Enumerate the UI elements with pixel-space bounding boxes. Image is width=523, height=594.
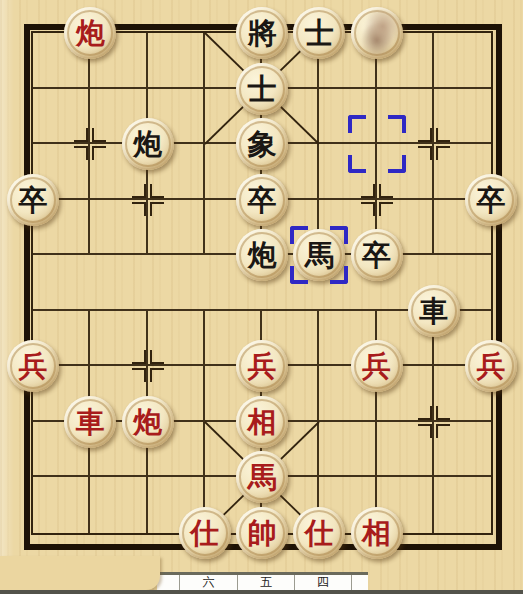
piece-red-兵[interactable]: 兵 — [7, 340, 59, 392]
piece-red-相[interactable]: 相 — [236, 396, 288, 448]
piece-glyph: 馬 — [236, 451, 288, 503]
piece-black-卒[interactable]: 卒 — [236, 174, 288, 226]
piece-black-obscured[interactable] — [351, 7, 403, 59]
piece-glyph: 兵 — [465, 340, 517, 392]
piece-red-仕[interactable]: 仕 — [293, 507, 345, 559]
piece-black-馬[interactable]: 馬 — [293, 229, 345, 281]
piece-red-兵[interactable]: 兵 — [351, 340, 403, 392]
piece-glyph: 士 — [293, 7, 345, 59]
piece-glyph: 車 — [64, 396, 116, 448]
window-bottom-edge — [0, 590, 523, 594]
piece-red-仕[interactable]: 仕 — [179, 507, 231, 559]
piece-glyph: 士 — [236, 63, 288, 115]
file-label-bar: 六五四 — [157, 572, 368, 591]
piece-red-相[interactable]: 相 — [351, 507, 403, 559]
piece-glyph: 將 — [236, 7, 288, 59]
piece-glyph: 兵 — [351, 340, 403, 392]
table-edge — [0, 556, 160, 590]
piece-glyph: 卒 — [236, 174, 288, 226]
piece-glyph: 兵 — [236, 340, 288, 392]
piece-red-炮[interactable]: 炮 — [122, 396, 174, 448]
piece-black-卒[interactable]: 卒 — [7, 174, 59, 226]
piece-black-士[interactable]: 士 — [236, 63, 288, 115]
piece-glyph: 仕 — [179, 507, 231, 559]
piece-red-馬[interactable]: 馬 — [236, 451, 288, 503]
xiangqi-app: 炮 將 士 士 炮 象 卒 卒 卒 炮 馬 卒 車 兵 兵 兵 兵 車 炮 相 … — [0, 0, 523, 594]
piece-black-卒[interactable]: 卒 — [351, 229, 403, 281]
piece-glyph: 卒 — [465, 174, 517, 226]
file-label — [351, 575, 368, 591]
piece-red-車[interactable]: 車 — [64, 396, 116, 448]
piece-black-卒[interactable]: 卒 — [465, 174, 517, 226]
piece-red-帥[interactable]: 帥 — [236, 507, 288, 559]
piece-glyph: 炮 — [64, 7, 116, 59]
piece-glyph: 炮 — [122, 396, 174, 448]
piece-glyph: 相 — [351, 507, 403, 559]
piece-red-炮[interactable]: 炮 — [64, 7, 116, 59]
file-label: 六 — [179, 575, 237, 591]
piece-glyph: 象 — [236, 118, 288, 170]
piece-glyph: 帥 — [236, 507, 288, 559]
piece-black-將[interactable]: 將 — [236, 7, 288, 59]
piece-glyph: 炮 — [122, 118, 174, 170]
piece-black-車[interactable]: 車 — [408, 285, 460, 337]
piece-red-兵[interactable]: 兵 — [465, 340, 517, 392]
piece-black-象[interactable]: 象 — [236, 118, 288, 170]
piece-black-士[interactable]: 士 — [293, 7, 345, 59]
piece-glyph: 相 — [236, 396, 288, 448]
file-label — [157, 575, 179, 591]
piece-glyph: 兵 — [7, 340, 59, 392]
piece-glyph: 仕 — [293, 507, 345, 559]
piece-red-兵[interactable]: 兵 — [236, 340, 288, 392]
piece-glyph: 車 — [408, 285, 460, 337]
piece-glyph: 馬 — [293, 229, 345, 281]
piece-glyph: 卒 — [351, 229, 403, 281]
piece-glyph: 炮 — [236, 229, 288, 281]
piece-black-炮[interactable]: 炮 — [122, 118, 174, 170]
file-label: 五 — [237, 575, 294, 591]
piece-glyph: 卒 — [7, 174, 59, 226]
file-label: 四 — [294, 575, 351, 591]
smudge-overlay — [353, 9, 401, 57]
piece-black-炮[interactable]: 炮 — [236, 229, 288, 281]
